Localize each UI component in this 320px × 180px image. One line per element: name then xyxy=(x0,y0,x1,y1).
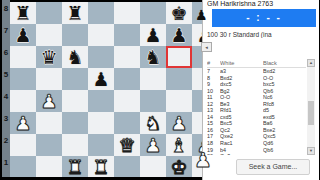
black-pawn-g7[interactable]: ♟ xyxy=(166,24,192,46)
move-cell[interactable]: Qe3 xyxy=(220,153,263,155)
square-e7[interactable] xyxy=(114,24,140,46)
square-e4[interactable] xyxy=(114,90,140,112)
square-b3[interactable] xyxy=(36,112,62,134)
black-rook-c8[interactable]: ♜ xyxy=(62,2,88,24)
square-c7[interactable] xyxy=(62,24,88,46)
square-b8[interactable] xyxy=(36,2,62,24)
square-c4[interactable] xyxy=(62,90,88,112)
square-d2[interactable] xyxy=(88,134,114,156)
square-h3[interactable] xyxy=(192,112,202,134)
black-player-pawn-icon: ♟ xyxy=(195,7,208,23)
move-list-table[interactable]: #WhiteBlack7a3Bxd28Bxd2O-O9dxc5bxc510Bg2… xyxy=(207,59,306,155)
hscroll-arrow-button[interactable]: ◂ xyxy=(201,42,212,52)
seek-a-game-button[interactable]: Seek a Game... xyxy=(236,159,310,175)
black-rook-a8[interactable]: ♜ xyxy=(10,2,36,24)
move-cell: # xyxy=(207,59,220,67)
square-b2[interactable] xyxy=(36,134,62,156)
rank-label-7: 7 xyxy=(2,26,10,35)
rank-label-4: 4 xyxy=(2,92,10,101)
move-cell[interactable] xyxy=(263,153,306,155)
square-a4[interactable] xyxy=(10,90,36,112)
game-panel: GM Harikrishna 2763 - : - - 100 30 r Sta… xyxy=(202,0,319,180)
move-row-20[interactable]: 20Qe3 xyxy=(207,153,306,155)
player-name[interactable]: GM Harikrishna 2763 xyxy=(207,0,317,7)
black-knight-c6[interactable]: ♞ xyxy=(62,46,88,68)
rank-label-1: 1 xyxy=(2,158,10,167)
move-list-scrollbar[interactable]: ▲ ▼ xyxy=(307,59,315,155)
square-h5[interactable] xyxy=(192,68,202,90)
white-queen-e2[interactable]: ♛ xyxy=(114,134,140,156)
square-d8[interactable] xyxy=(88,2,114,24)
square-c5[interactable] xyxy=(62,68,88,90)
square-d4[interactable] xyxy=(88,90,114,112)
scrollbar-thumb[interactable] xyxy=(308,101,314,125)
square-b7[interactable] xyxy=(36,24,62,46)
chess-broadcast-app: { "game": "chess", "position": { "fen": … xyxy=(0,0,320,180)
square-b5[interactable] xyxy=(36,68,62,90)
square-c3[interactable] xyxy=(62,112,88,134)
square-a1[interactable] xyxy=(10,156,36,177)
rank-label-strip: 87654321 xyxy=(2,0,10,177)
black-knight-f6[interactable]: ♞ xyxy=(140,46,166,68)
white-king-g1[interactable]: ♚ xyxy=(166,156,192,177)
white-pawn-g3[interactable]: ♟ xyxy=(166,112,192,134)
rank-label-3: 3 xyxy=(2,114,10,123)
square-d7[interactable] xyxy=(88,24,114,46)
square-a5[interactable] xyxy=(10,68,36,90)
square-e5[interactable] xyxy=(114,68,140,90)
square-c2[interactable] xyxy=(62,134,88,156)
square-f4[interactable] xyxy=(140,90,166,112)
square-g6[interactable] xyxy=(166,46,192,68)
black-pawn-d5[interactable]: ♟ xyxy=(88,68,114,90)
square-h4[interactable] xyxy=(192,90,202,112)
rank-label-5: 5 xyxy=(2,70,10,79)
black-king-g8[interactable]: ♚ xyxy=(166,2,192,24)
game-info-text: 100 30 r Standard (ina xyxy=(207,31,319,38)
square-e3[interactable] xyxy=(114,112,140,134)
scroll-up-button[interactable]: ▲ xyxy=(307,59,315,67)
white-pawn-b4[interactable]: ♟ xyxy=(36,90,62,112)
square-e1[interactable] xyxy=(114,156,140,177)
board-squares: ♜♜♚♟♟♟♟♛♞♞♟♟♟♞♟♛♟♝♟♜♜♚ xyxy=(10,2,202,177)
white-pawn-a3[interactable]: ♟ xyxy=(10,112,36,134)
square-e8[interactable] xyxy=(114,2,140,24)
square-g5[interactable] xyxy=(166,68,192,90)
move-table-header: #WhiteBlack xyxy=(207,59,306,68)
move-cell: White xyxy=(220,59,263,67)
square-f5[interactable] xyxy=(140,68,166,90)
black-pawn-f7[interactable]: ♟ xyxy=(140,24,166,46)
player-clock: - : - - xyxy=(212,9,316,27)
white-bishop-g2[interactable]: ♝ xyxy=(166,134,192,156)
white-player-pawn-icon: ♟ xyxy=(194,148,212,172)
square-g4[interactable] xyxy=(166,90,192,112)
square-a6[interactable] xyxy=(10,46,36,68)
square-f1[interactable] xyxy=(140,156,166,177)
square-d3[interactable] xyxy=(88,112,114,134)
square-d6[interactable] xyxy=(88,46,114,68)
square-b1[interactable] xyxy=(36,156,62,177)
left-letterbox xyxy=(0,0,2,180)
rank-label-6: 6 xyxy=(2,48,10,57)
rank-label-2: 2 xyxy=(2,136,10,145)
square-e6[interactable] xyxy=(114,46,140,68)
black-pawn-a7[interactable]: ♟ xyxy=(10,24,36,46)
black-queen-b6[interactable]: ♛ xyxy=(36,46,62,68)
move-cell: Black xyxy=(263,59,306,67)
square-f8[interactable] xyxy=(140,2,166,24)
scroll-down-button[interactable]: ▼ xyxy=(307,147,315,155)
square-a2[interactable] xyxy=(10,134,36,156)
chess-board[interactable]: ♜♜♚♟♟♟♟♛♞♞♟♟♟♞♟♛♟♝♟♜♜♚ xyxy=(10,2,202,177)
white-knight-f3[interactable]: ♞ xyxy=(140,112,166,134)
white-rook-c1[interactable]: ♜ xyxy=(62,156,88,177)
white-rook-d1[interactable]: ♜ xyxy=(88,156,114,177)
white-pawn-f2[interactable]: ♟ xyxy=(140,134,166,156)
rank-label-8: 8 xyxy=(2,4,10,13)
